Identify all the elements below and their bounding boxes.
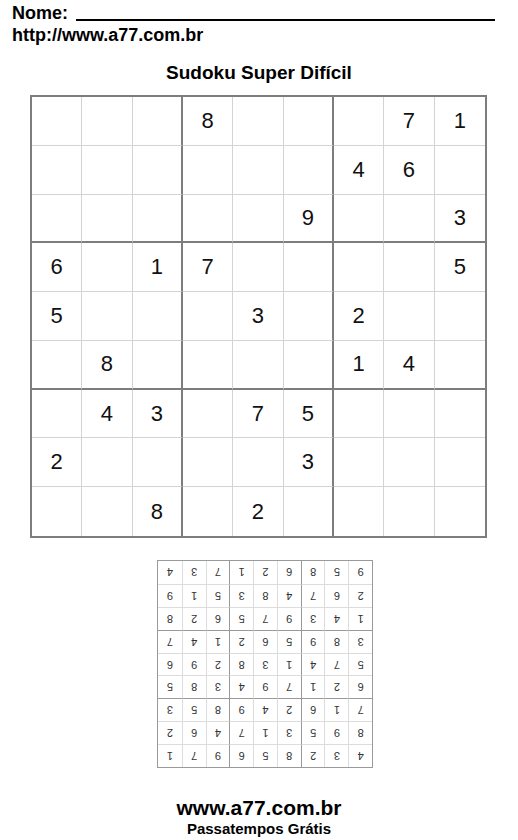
puzzle-cell-r1c5[interactable] [233,97,283,146]
solution-cell-r9c6: 1 [229,561,253,584]
solution-cell-r5c8: 9 [182,653,206,676]
solution-cell-r9c2: 5 [324,561,348,584]
solution-cell-r8c5: 8 [253,584,277,607]
puzzle-cell-r6c1[interactable] [32,341,82,390]
puzzle-cell-r5c3[interactable] [133,292,183,341]
puzzle-cell-r1c2[interactable] [82,97,132,146]
solution-cell-r5c2: 7 [324,653,348,676]
puzzle-cell-r4c9: 5 [435,243,485,292]
puzzle-cell-r4c1: 6 [32,243,82,292]
solution-cell-r1c5: 5 [253,744,277,767]
puzzle-cell-r5c8[interactable] [384,292,434,341]
sudoku-grid: 8714693617553281443752382 [30,95,487,538]
name-label: Nome: [12,3,68,24]
sudoku-solution-grid-rotated: 4328569718953174627162498536217943855741… [157,560,373,768]
solution-cell-r7c1: 1 [348,607,372,630]
solution-cell-r7c3: 3 [301,607,325,630]
solution-cell-r3c8: 5 [182,698,206,721]
footer-site: www.a77.com.br [0,796,518,820]
solution-cell-r6c1: 3 [348,630,372,653]
solution-cell-r3c3: 6 [301,698,325,721]
solution-cell-r7c6: 5 [229,607,253,630]
solution-cell-r5c6: 8 [229,653,253,676]
puzzle-cell-r2c2[interactable] [82,146,132,195]
solution-cell-r4c7: 3 [206,675,230,698]
solution-cell-r8c2: 6 [324,584,348,607]
puzzle-cell-r1c6[interactable] [284,97,334,146]
solution-cell-r9c8: 3 [182,561,206,584]
solution-cell-r7c4: 9 [277,607,301,630]
puzzle-cell-r6c6[interactable] [284,341,334,390]
puzzle-cell-r3c8[interactable] [384,195,434,244]
solution-cell-r5c3: 4 [301,653,325,676]
puzzle-cell-r3c1[interactable] [32,195,82,244]
puzzle-cell-r4c6[interactable] [284,243,334,292]
puzzle-cell-r8c2[interactable] [82,438,132,487]
puzzle-cell-r7c1[interactable] [32,390,82,439]
solution-cell-r3c2: 1 [324,698,348,721]
solution-cell-r1c9: 1 [158,744,182,767]
solution-cell-r1c3: 2 [301,744,325,767]
puzzle-cell-r6c9[interactable] [435,341,485,390]
solution-cell-r7c5: 7 [253,607,277,630]
solution-cell-r1c2: 3 [324,744,348,767]
solution-cell-r5c9: 6 [158,653,182,676]
solution-cell-r9c7: 7 [206,561,230,584]
puzzle-cell-r2c4[interactable] [183,146,233,195]
site-url: http://www.a77.com.br [12,25,203,46]
puzzle-cell-r5c1: 5 [32,292,82,341]
solution-cell-r5c5: 3 [253,653,277,676]
puzzle-cell-r8c3[interactable] [133,438,183,487]
solution-cell-r2c7: 4 [206,721,230,744]
puzzle-cell-r5c2[interactable] [82,292,132,341]
puzzle-cell-r9c7[interactable] [334,487,384,536]
solution-cell-r4c6: 4 [229,675,253,698]
solution-cell-r3c6: 9 [229,698,253,721]
puzzle-cell-r4c3: 1 [133,243,183,292]
puzzle-cell-r9c3: 8 [133,487,183,536]
puzzle-cell-r3c7[interactable] [334,195,384,244]
puzzle-cell-r4c4: 7 [183,243,233,292]
puzzle-cell-r5c6[interactable] [284,292,334,341]
solution-cell-r8c7: 5 [206,584,230,607]
puzzle-cell-r6c7: 1 [334,341,384,390]
puzzle-cell-r4c8[interactable] [384,243,434,292]
solution-cell-r5c7: 2 [206,653,230,676]
puzzle-cell-r6c3[interactable] [133,341,183,390]
puzzle-cell-r6c5[interactable] [233,341,283,390]
solution-cell-r5c1: 5 [348,653,372,676]
puzzle-cell-r8c6: 3 [284,438,334,487]
puzzle-cell-r3c2[interactable] [82,195,132,244]
puzzle-cell-r7c5: 7 [233,390,283,439]
puzzle-cell-r1c9: 1 [435,97,485,146]
solution-cell-r9c5: 2 [253,561,277,584]
puzzle-cell-r9c5: 2 [233,487,283,536]
puzzle-cell-r2c3[interactable] [133,146,183,195]
solution-cell-r9c1: 9 [348,561,372,584]
solution-cell-r8c1: 2 [348,584,372,607]
puzzle-cell-r4c7[interactable] [334,243,384,292]
puzzle-cell-r5c4[interactable] [183,292,233,341]
solution-cell-r2c6: 7 [229,721,253,744]
puzzle-cell-r1c8: 7 [384,97,434,146]
puzzle-cell-r7c9[interactable] [435,390,485,439]
solution-cell-r6c9: 7 [158,630,182,653]
solution-cell-r7c9: 8 [158,607,182,630]
solution-cell-r4c2: 2 [324,675,348,698]
solution-cell-r9c9: 4 [158,561,182,584]
puzzle-cell-r2c7: 4 [334,146,384,195]
solution-cell-r2c1: 8 [348,721,372,744]
solution-cell-r3c9: 3 [158,698,182,721]
solution-cell-r6c7: 1 [206,630,230,653]
puzzle-cell-r1c1[interactable] [32,97,82,146]
solution-cell-r2c2: 9 [324,721,348,744]
puzzle-cell-r7c7[interactable] [334,390,384,439]
puzzle-cell-r2c9[interactable] [435,146,485,195]
puzzle-cell-r9c2[interactable] [82,487,132,536]
solution-cell-r9c4: 6 [277,561,301,584]
puzzle-cell-r5c7: 2 [334,292,384,341]
solution-cell-r1c8: 7 [182,744,206,767]
puzzle-cell-r4c2[interactable] [82,243,132,292]
puzzle-cell-r8c9[interactable] [435,438,485,487]
solution-cell-r4c3: 1 [301,675,325,698]
solution-cell-r4c9: 5 [158,675,182,698]
solution-cell-r4c1: 6 [348,675,372,698]
solution-cell-r7c8: 2 [182,607,206,630]
puzzle-cell-r9c8[interactable] [384,487,434,536]
solution-cell-r6c5: 6 [253,630,277,653]
puzzle-cell-r9c6[interactable] [284,487,334,536]
puzzle-cell-r8c4[interactable] [183,438,233,487]
puzzle-cell-r9c4[interactable] [183,487,233,536]
solution-cell-r8c3: 7 [301,584,325,607]
solution-cell-r2c4: 3 [277,721,301,744]
puzzle-cell-r3c9: 3 [435,195,485,244]
name-fill-line[interactable] [76,0,495,21]
solution-cell-r1c6: 6 [229,744,253,767]
solution-cell-r8c4: 4 [277,584,301,607]
puzzle-cell-r5c5: 3 [233,292,283,341]
puzzle-cell-r7c3: 3 [133,390,183,439]
puzzle-cell-r8c5[interactable] [233,438,283,487]
solution-cell-r6c4: 5 [277,630,301,653]
solution-cell-r8c6: 3 [229,584,253,607]
puzzle-cell-r2c5[interactable] [233,146,283,195]
puzzle-cell-r9c1[interactable] [32,487,82,536]
puzzle-cell-r6c8: 4 [384,341,434,390]
solution-cell-r8c8: 1 [182,584,206,607]
puzzle-cell-r6c4[interactable] [183,341,233,390]
solution-cell-r3c7: 8 [206,698,230,721]
solution-cell-r7c2: 4 [324,607,348,630]
puzzle-cell-r2c8: 6 [384,146,434,195]
solution-cell-r6c8: 4 [182,630,206,653]
solution-cell-r8c9: 9 [158,584,182,607]
puzzle-cell-r8c1: 2 [32,438,82,487]
puzzle-cell-r1c3[interactable] [133,97,183,146]
solution-cell-r7c7: 6 [206,607,230,630]
solution-cell-r4c5: 9 [253,675,277,698]
puzzle-cell-r7c8[interactable] [384,390,434,439]
solution-cell-r2c3: 5 [301,721,325,744]
puzzle-cell-r3c6: 9 [284,195,334,244]
puzzle-cell-r7c6: 5 [284,390,334,439]
worksheet-page: Nome: http://www.a77.com.br Sudoku Super… [0,0,518,840]
solution-cell-r4c8: 8 [182,675,206,698]
puzzle-cell-r5c9[interactable] [435,292,485,341]
puzzle-cell-r3c5[interactable] [233,195,283,244]
puzzle-cell-r3c3[interactable] [133,195,183,244]
solution-cell-r4c4: 7 [277,675,301,698]
puzzle-cell-r1c4: 8 [183,97,233,146]
puzzle-cell-r6c2: 8 [82,341,132,390]
puzzle-title: Sudoku Super Difícil [0,62,518,84]
solution-cell-r3c5: 4 [253,698,277,721]
solution-cell-r2c8: 6 [182,721,206,744]
solution-cell-r3c1: 7 [348,698,372,721]
puzzle-cell-r3c4[interactable] [183,195,233,244]
solution-cell-r3c4: 2 [277,698,301,721]
puzzle-cell-r8c7[interactable] [334,438,384,487]
footer-tagline: Passatempos Grátis [0,820,518,837]
solution-cell-r2c5: 1 [253,721,277,744]
puzzle-cell-r2c6[interactable] [284,146,334,195]
puzzle-cell-r9c9[interactable] [435,487,485,536]
puzzle-cell-r7c2: 4 [82,390,132,439]
puzzle-cell-r1c7[interactable] [334,97,384,146]
puzzle-cell-r8c8[interactable] [384,438,434,487]
puzzle-cell-r2c1[interactable] [32,146,82,195]
solution-cell-r5c4: 1 [277,653,301,676]
solution-cell-r1c4: 8 [277,744,301,767]
solution-cell-r1c1: 4 [348,744,372,767]
puzzle-cell-r4c5[interactable] [233,243,283,292]
solution-cell-r6c3: 9 [301,630,325,653]
solution-cell-r6c2: 8 [324,630,348,653]
puzzle-cell-r7c4[interactable] [183,390,233,439]
solution-cell-r6c6: 2 [229,630,253,653]
solution-cell-r1c7: 9 [206,744,230,767]
solution-cell-r9c3: 8 [301,561,325,584]
solution-cell-r2c9: 2 [158,721,182,744]
